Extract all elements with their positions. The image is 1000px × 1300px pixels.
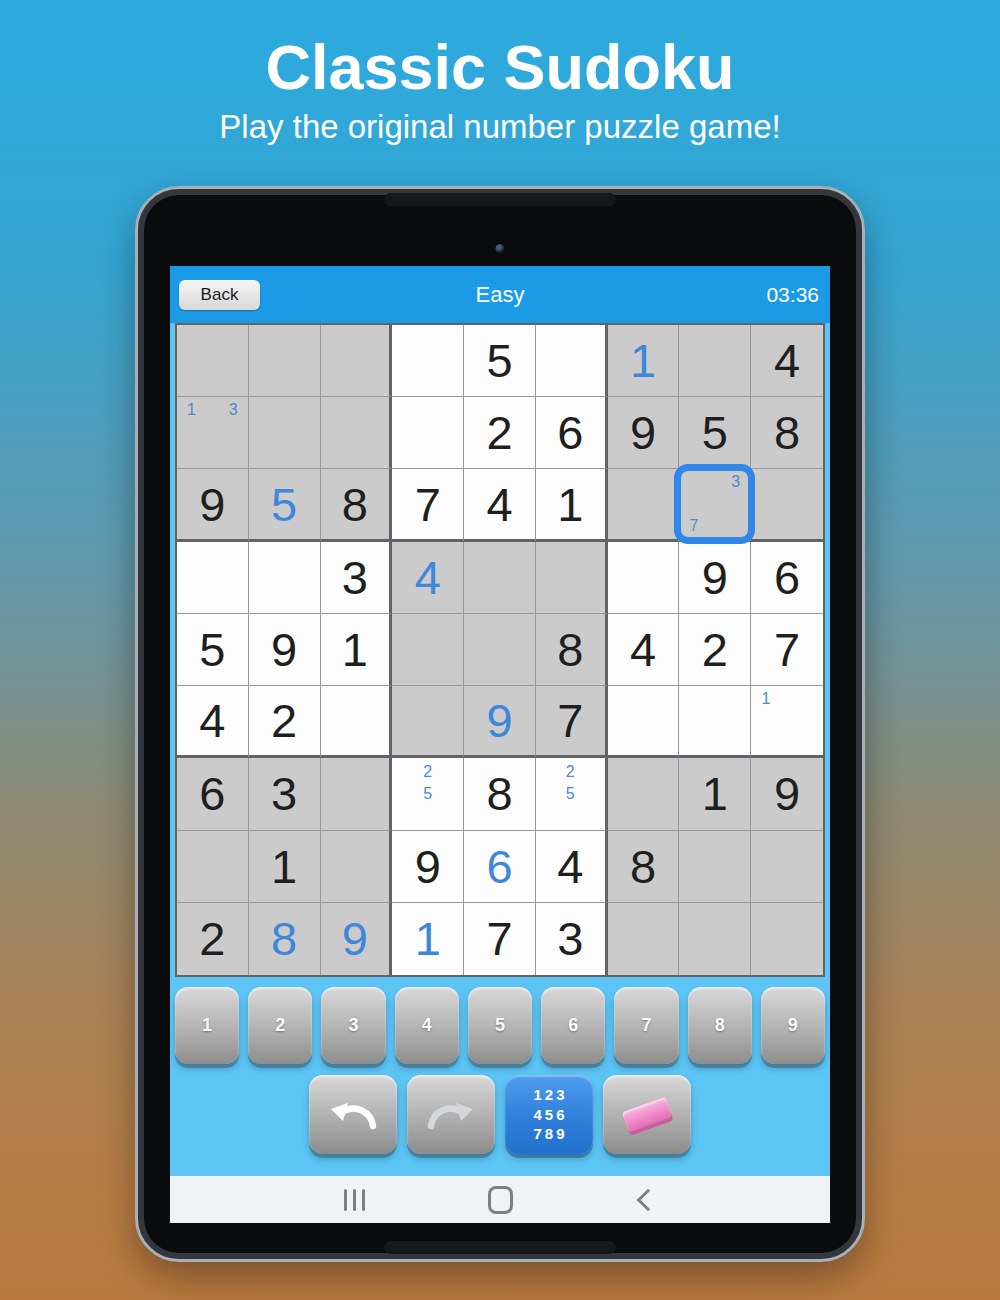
cell-r5c2[interactable]: 9 — [249, 614, 321, 686]
cell-r4c3[interactable]: 3 — [321, 542, 393, 614]
cell-r1c7[interactable]: 1 — [608, 325, 680, 397]
cell-r3c7[interactable] — [608, 469, 680, 541]
user-digit: 1 — [415, 915, 441, 962]
cell-r7c3[interactable] — [321, 758, 393, 830]
cell-r5c8[interactable]: 2 — [679, 614, 751, 686]
cell-r4c6[interactable] — [536, 542, 608, 614]
numpad-button-8[interactable]: 8 — [688, 987, 752, 1064]
given-digit: 8 — [486, 770, 512, 817]
pencil-marks: 13 — [177, 397, 248, 468]
cell-r5c7[interactable]: 4 — [608, 614, 680, 686]
cell-r8c1[interactable] — [177, 831, 249, 903]
cell-r4c7[interactable] — [608, 542, 680, 614]
home-icon — [488, 1186, 513, 1214]
eraser-icon — [622, 1097, 672, 1132]
user-digit: 5 — [271, 481, 297, 528]
cell-r5c5[interactable] — [464, 614, 536, 686]
cell-r6c3[interactable] — [321, 686, 393, 758]
cell-r7c7[interactable] — [608, 758, 680, 830]
numpad-button-9[interactable]: 9 — [761, 987, 825, 1064]
given-digit: 5 — [702, 409, 728, 456]
cell-r2c2[interactable] — [249, 397, 321, 469]
cell-r9c9[interactable] — [751, 903, 823, 975]
cell-r9c6[interactable]: 3 — [536, 903, 608, 975]
cell-r9c4[interactable]: 1 — [392, 903, 464, 975]
user-digit: 9 — [486, 697, 512, 744]
cell-r2c8[interactable]: 5 — [679, 397, 751, 469]
app-screen: Back Easy 03:36 514132695895874137349659… — [170, 266, 830, 1223]
given-digit: 7 — [774, 626, 800, 673]
given-digit: 3 — [557, 915, 583, 962]
cell-r1c5[interactable]: 5 — [464, 325, 536, 397]
given-digit: 9 — [415, 843, 441, 890]
hero-banner: Classic Sudoku Play the original number … — [0, 34, 1000, 146]
cell-r4c5[interactable] — [464, 542, 536, 614]
given-digit: 6 — [774, 554, 800, 601]
given-digit: 2 — [702, 626, 728, 673]
pencil-marks: 25 — [392, 758, 463, 829]
cell-r6c8[interactable] — [679, 686, 751, 758]
given-digit: 4 — [486, 481, 512, 528]
number-pad: 123456789 — [175, 987, 825, 1064]
sudoku-board: 5141326958958741373496591842742971632582… — [175, 323, 825, 977]
cell-r6c7[interactable] — [608, 686, 680, 758]
cell-r8c3[interactable] — [321, 831, 393, 903]
redo-arrow-icon — [425, 1098, 477, 1132]
numpad-button-3[interactable]: 3 — [321, 987, 385, 1064]
cell-r4c1[interactable] — [177, 542, 249, 614]
app-header: Back Easy 03:36 — [170, 266, 830, 323]
cell-r9c8[interactable] — [679, 903, 751, 975]
nav-recents-button[interactable] — [340, 1186, 368, 1214]
given-digit: 1 — [271, 843, 297, 890]
given-digit: 9 — [630, 409, 656, 456]
numpad-button-4[interactable]: 4 — [395, 987, 459, 1064]
cell-r2c6[interactable]: 6 — [536, 397, 608, 469]
cell-r8c6[interactable]: 4 — [536, 831, 608, 903]
user-digit: 6 — [486, 843, 512, 890]
cell-r1c1[interactable] — [177, 325, 249, 397]
given-digit: 8 — [630, 843, 656, 890]
cell-r6c9[interactable]: 1 — [751, 686, 823, 758]
user-digit: 4 — [415, 554, 441, 601]
cell-r7c2[interactable]: 3 — [249, 758, 321, 830]
given-digit: 2 — [271, 697, 297, 744]
pencil-marks: 1 — [751, 686, 823, 755]
numpad-button-2[interactable]: 2 — [248, 987, 312, 1064]
cell-r3c8[interactable]: 37 — [679, 469, 751, 541]
back-chevron-icon — [637, 1188, 660, 1211]
cell-r8c7[interactable]: 8 — [608, 831, 680, 903]
cell-r7c6[interactable]: 25 — [536, 758, 608, 830]
given-digit: 4 — [630, 626, 656, 673]
page-title: Classic Sudoku — [0, 34, 1000, 100]
undo-button[interactable] — [309, 1075, 397, 1154]
redo-button[interactable] — [407, 1075, 495, 1154]
cell-r9c7[interactable] — [608, 903, 680, 975]
given-digit: 8 — [342, 481, 368, 528]
cell-r5c9[interactable]: 7 — [751, 614, 823, 686]
user-digit: 9 — [342, 915, 368, 962]
cell-r8c4[interactable]: 9 — [392, 831, 464, 903]
cell-r2c1[interactable]: 13 — [177, 397, 249, 469]
cell-r1c2[interactable] — [249, 325, 321, 397]
given-digit: 3 — [271, 770, 297, 817]
timer-label: 03:36 — [766, 283, 819, 307]
given-digit: 3 — [342, 554, 368, 601]
given-digit: 9 — [199, 481, 225, 528]
given-digit: 8 — [557, 626, 583, 673]
pencil-marks-icon: 123 456 789 — [533, 1085, 567, 1144]
cell-r3c5[interactable]: 4 — [464, 469, 536, 541]
nav-back-button[interactable] — [632, 1186, 660, 1214]
cell-r3c2[interactable]: 5 — [249, 469, 321, 541]
given-digit: 2 — [199, 915, 225, 962]
cell-r4c4[interactable]: 4 — [392, 542, 464, 614]
nav-home-button[interactable] — [486, 1186, 514, 1214]
front-camera-icon — [496, 244, 505, 253]
cell-r3c3[interactable]: 8 — [321, 469, 393, 541]
given-digit: 1 — [342, 626, 368, 673]
cell-r6c1[interactable]: 4 — [177, 686, 249, 758]
cell-r3c9[interactable] — [751, 469, 823, 541]
cell-r6c6[interactable]: 7 — [536, 686, 608, 758]
given-digit: 4 — [199, 697, 225, 744]
given-digit: 2 — [486, 409, 512, 456]
back-button[interactable]: Back — [179, 280, 260, 310]
page-subtitle: Play the original number puzzle game! — [0, 108, 1000, 146]
cell-r6c2[interactable]: 2 — [249, 686, 321, 758]
given-digit: 9 — [271, 626, 297, 673]
cell-r8c9[interactable] — [751, 831, 823, 903]
bottom-speaker-slot — [384, 1241, 616, 1254]
cell-r8c2[interactable]: 1 — [249, 831, 321, 903]
cell-r1c4[interactable] — [392, 325, 464, 397]
cell-r5c4[interactable] — [392, 614, 464, 686]
given-digit: 8 — [774, 409, 800, 456]
cell-r2c5[interactable]: 2 — [464, 397, 536, 469]
eraser-button[interactable] — [603, 1075, 691, 1154]
cell-r6c4[interactable] — [392, 686, 464, 758]
given-digit: 7 — [415, 481, 441, 528]
control-bar: 123 456 789 — [170, 1075, 830, 1154]
cell-r1c3[interactable] — [321, 325, 393, 397]
pencil-toggle-button[interactable]: 123 456 789 — [505, 1075, 593, 1154]
cell-r3c6[interactable]: 1 — [536, 469, 608, 541]
given-digit: 5 — [199, 626, 225, 673]
android-navbar — [170, 1176, 830, 1223]
tablet-frame: Back Easy 03:36 514132695895874137349659… — [135, 186, 865, 1262]
cell-r7c8[interactable]: 1 — [679, 758, 751, 830]
pencil-marks: 25 — [536, 758, 605, 829]
cell-r9c3[interactable]: 9 — [321, 903, 393, 975]
user-digit: 1 — [630, 337, 656, 384]
given-digit: 5 — [486, 337, 512, 384]
undo-arrow-icon — [327, 1098, 379, 1132]
given-digit: 1 — [702, 770, 728, 817]
given-digit: 4 — [774, 337, 800, 384]
numpad-button-7[interactable]: 7 — [614, 987, 678, 1064]
cell-r2c4[interactable] — [392, 397, 464, 469]
page-background: Classic Sudoku Play the original number … — [0, 0, 1000, 1300]
cell-r6c5[interactable]: 9 — [464, 686, 536, 758]
given-digit: 1 — [557, 481, 583, 528]
given-digit: 7 — [486, 915, 512, 962]
top-speaker-slot — [384, 193, 616, 206]
numpad-button-6[interactable]: 6 — [541, 987, 605, 1064]
cell-r2c3[interactable] — [321, 397, 393, 469]
cell-r4c9[interactable]: 6 — [751, 542, 823, 614]
cell-r8c8[interactable] — [679, 831, 751, 903]
given-digit: 9 — [702, 554, 728, 601]
cell-r9c2[interactable]: 8 — [249, 903, 321, 975]
user-digit: 8 — [271, 915, 297, 962]
cell-r3c4[interactable]: 7 — [392, 469, 464, 541]
numpad-button-1[interactable]: 1 — [175, 987, 239, 1064]
cell-r1c8[interactable] — [679, 325, 751, 397]
cell-r7c5[interactable]: 8 — [464, 758, 536, 830]
cell-r5c6[interactable]: 8 — [536, 614, 608, 686]
pencil-marks: 37 — [679, 469, 750, 538]
cell-r2c9[interactable]: 8 — [751, 397, 823, 469]
cell-r5c1[interactable]: 5 — [177, 614, 249, 686]
cell-r4c2[interactable] — [249, 542, 321, 614]
cell-r1c9[interactable]: 4 — [751, 325, 823, 397]
cell-r7c9[interactable]: 9 — [751, 758, 823, 830]
cell-r4c8[interactable]: 9 — [679, 542, 751, 614]
recent-apps-icon — [344, 1189, 365, 1211]
cell-r1c6[interactable] — [536, 325, 608, 397]
given-digit: 7 — [557, 697, 583, 744]
cell-r7c4[interactable]: 25 — [392, 758, 464, 830]
cell-r7c1[interactable]: 6 — [177, 758, 249, 830]
cell-r9c1[interactable]: 2 — [177, 903, 249, 975]
given-digit: 6 — [557, 409, 583, 456]
cell-r5c3[interactable]: 1 — [321, 614, 393, 686]
given-digit: 9 — [774, 770, 800, 817]
cell-r2c7[interactable]: 9 — [608, 397, 680, 469]
given-digit: 4 — [557, 843, 583, 890]
given-digit: 6 — [199, 770, 225, 817]
cell-r9c5[interactable]: 7 — [464, 903, 536, 975]
numpad-button-5[interactable]: 5 — [468, 987, 532, 1064]
difficulty-label: Easy — [170, 282, 830, 308]
cell-r8c5[interactable]: 6 — [464, 831, 536, 903]
cell-r3c1[interactable]: 9 — [177, 469, 249, 541]
